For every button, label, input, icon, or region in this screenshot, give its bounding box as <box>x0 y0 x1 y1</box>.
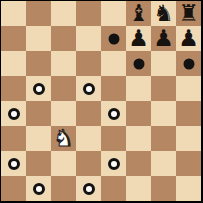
move-indicator-open-circle-d1[interactable] <box>83 183 95 195</box>
square-d8[interactable] <box>76 1 101 26</box>
square-e7[interactable] <box>101 26 126 51</box>
square-a6[interactable] <box>1 51 26 76</box>
square-b2[interactable] <box>26 151 51 176</box>
move-indicator-open-circle-e4[interactable] <box>108 108 120 120</box>
piece-white-knight[interactable]: ♞ <box>53 126 74 151</box>
piece-black-knight[interactable]: ♞ <box>153 1 174 26</box>
piece-black-bishop[interactable]: ♝ <box>128 1 149 26</box>
square-a5[interactable] <box>1 76 26 101</box>
square-e2[interactable] <box>101 151 126 176</box>
square-c3[interactable]: ♞ <box>51 126 76 151</box>
piece-black-pawn[interactable]: ♟ <box>153 26 174 51</box>
square-h4[interactable] <box>176 101 201 126</box>
square-c7[interactable] <box>51 26 76 51</box>
chess-board-canvas: ♝♞♜♟♟♟♞ <box>0 0 203 203</box>
square-e5[interactable] <box>101 76 126 101</box>
square-h7[interactable]: ♟ <box>176 26 201 51</box>
square-f1[interactable] <box>126 176 151 201</box>
square-e8[interactable] <box>101 1 126 26</box>
square-h5[interactable] <box>176 76 201 101</box>
chess-board: ♝♞♜♟♟♟♞ <box>1 1 201 201</box>
square-a7[interactable] <box>1 26 26 51</box>
move-indicator-filled-dot-h6[interactable] <box>183 58 194 69</box>
piece-black-pawn[interactable]: ♟ <box>128 26 149 51</box>
square-c1[interactable] <box>51 176 76 201</box>
move-indicator-open-circle-b1[interactable] <box>33 183 45 195</box>
square-b8[interactable] <box>26 1 51 26</box>
square-b6[interactable] <box>26 51 51 76</box>
square-e6[interactable] <box>101 51 126 76</box>
move-indicator-open-circle-d5[interactable] <box>83 83 95 95</box>
square-f8[interactable]: ♝ <box>126 1 151 26</box>
square-f7[interactable]: ♟ <box>126 26 151 51</box>
square-a1[interactable] <box>1 176 26 201</box>
square-a8[interactable] <box>1 1 26 26</box>
square-b7[interactable] <box>26 26 51 51</box>
square-d2[interactable] <box>76 151 101 176</box>
square-d7[interactable] <box>76 26 101 51</box>
square-a2[interactable] <box>1 151 26 176</box>
square-h3[interactable] <box>176 126 201 151</box>
square-b4[interactable] <box>26 101 51 126</box>
square-d6[interactable] <box>76 51 101 76</box>
move-indicator-filled-dot-e7[interactable] <box>108 33 119 44</box>
square-f3[interactable] <box>126 126 151 151</box>
square-c5[interactable] <box>51 76 76 101</box>
move-indicator-open-circle-a4[interactable] <box>8 108 20 120</box>
square-b3[interactable] <box>26 126 51 151</box>
square-e3[interactable] <box>101 126 126 151</box>
move-indicator-filled-dot-f6[interactable] <box>133 58 144 69</box>
square-f6[interactable] <box>126 51 151 76</box>
piece-black-pawn[interactable]: ♟ <box>178 26 199 51</box>
piece-black-rook[interactable]: ♜ <box>178 1 199 26</box>
square-e1[interactable] <box>101 176 126 201</box>
square-d3[interactable] <box>76 126 101 151</box>
square-f4[interactable] <box>126 101 151 126</box>
square-h2[interactable] <box>176 151 201 176</box>
move-indicator-open-circle-b5[interactable] <box>33 83 45 95</box>
square-d5[interactable] <box>76 76 101 101</box>
square-c2[interactable] <box>51 151 76 176</box>
square-g6[interactable] <box>151 51 176 76</box>
square-b1[interactable] <box>26 176 51 201</box>
square-a3[interactable] <box>1 126 26 151</box>
square-a4[interactable] <box>1 101 26 126</box>
move-indicator-open-circle-e2[interactable] <box>108 158 120 170</box>
square-c4[interactable] <box>51 101 76 126</box>
square-d4[interactable] <box>76 101 101 126</box>
square-g8[interactable]: ♞ <box>151 1 176 26</box>
square-c8[interactable] <box>51 1 76 26</box>
move-indicator-open-circle-a2[interactable] <box>8 158 20 170</box>
square-g3[interactable] <box>151 126 176 151</box>
square-e4[interactable] <box>101 101 126 126</box>
square-h8[interactable]: ♜ <box>176 1 201 26</box>
square-f5[interactable] <box>126 76 151 101</box>
square-g7[interactable]: ♟ <box>151 26 176 51</box>
square-g4[interactable] <box>151 101 176 126</box>
square-g5[interactable] <box>151 76 176 101</box>
square-h6[interactable] <box>176 51 201 76</box>
square-c6[interactable] <box>51 51 76 76</box>
square-b5[interactable] <box>26 76 51 101</box>
square-d1[interactable] <box>76 176 101 201</box>
square-f2[interactable] <box>126 151 151 176</box>
square-g2[interactable] <box>151 151 176 176</box>
square-h1[interactable] <box>176 176 201 201</box>
square-g1[interactable] <box>151 176 176 201</box>
